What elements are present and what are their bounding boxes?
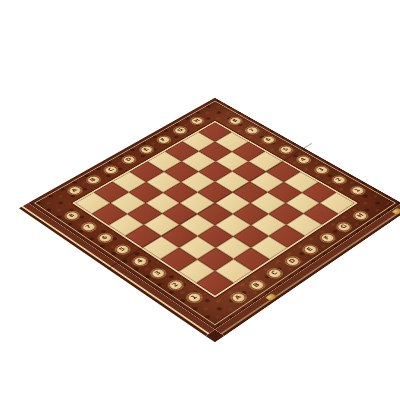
cream-finial-tip — [162, 121, 167, 127]
pawn-glyph: ♟ — [210, 223, 256, 248]
knight-glyph: ♞ — [299, 182, 343, 214]
cream-finial-tip — [144, 132, 149, 138]
pawn-glyph: ♟ — [246, 201, 291, 225]
chess-board: 11AA22BB33CC44DD55EE66FF77GG88HH ♜♞♝♛♚♝♞… — [28, 98, 400, 330]
rook-glyph: ♜ — [192, 251, 239, 283]
king-glyph: ♚ — [264, 194, 309, 236]
knight-glyph: ♞ — [177, 111, 219, 141]
knight-glyph: ♞ — [210, 237, 256, 271]
bishop-glyph: ♝ — [282, 190, 327, 225]
product-photo-scene: 11AA22BB33CC44DD55EE66FF77GG88HH ♜♞♝♛♚♝♞… — [0, 0, 400, 400]
